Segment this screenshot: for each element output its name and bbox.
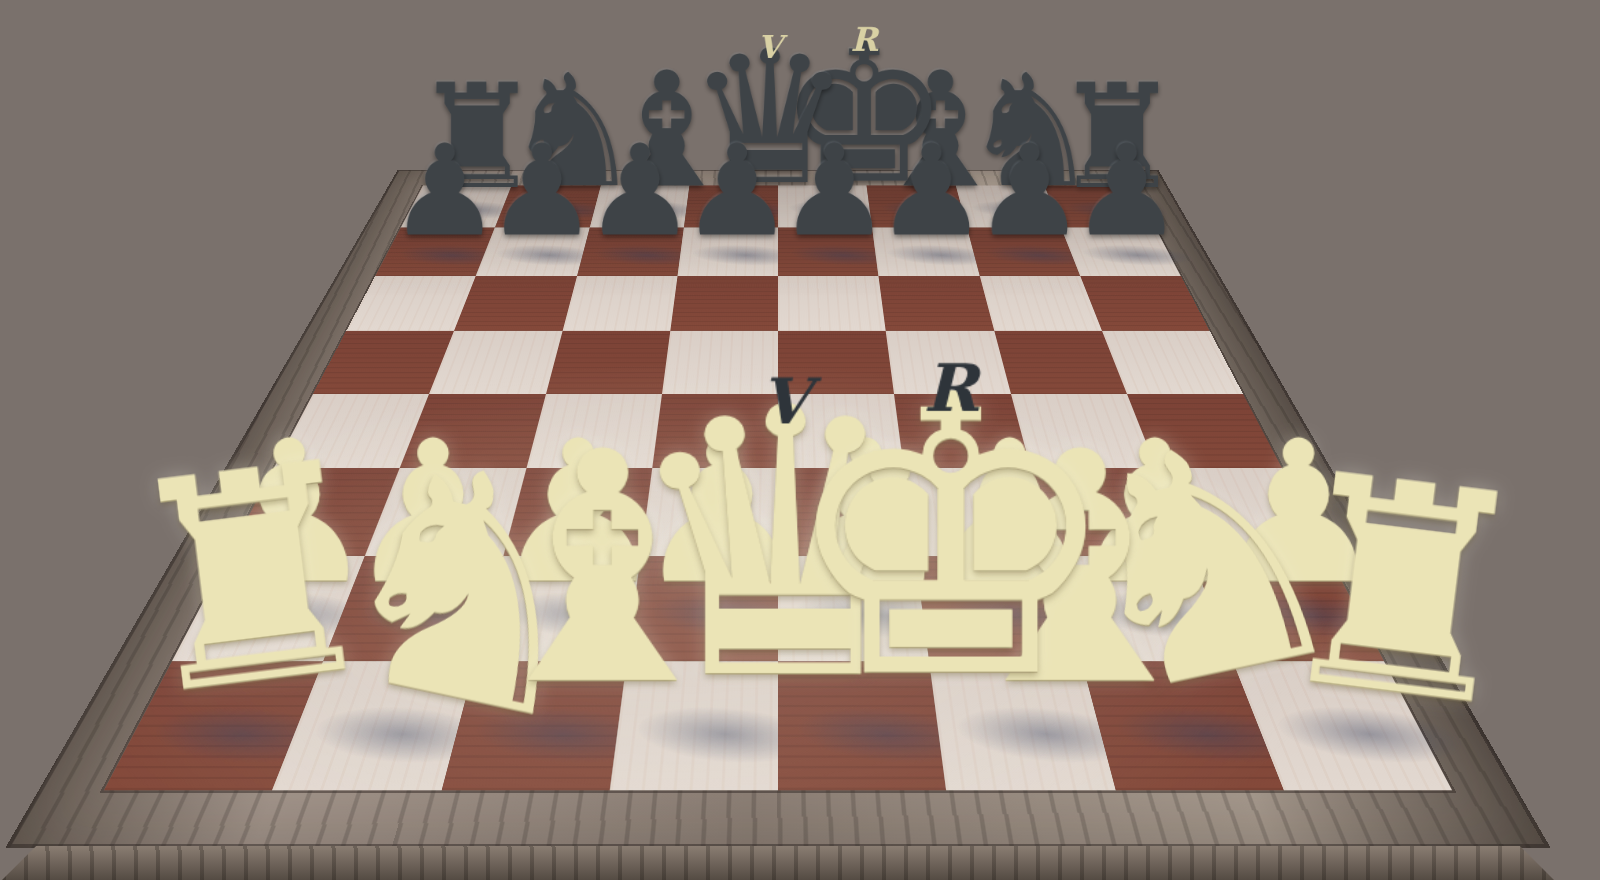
square-c6[interactable] <box>562 276 677 331</box>
square-d7[interactable]: ♟ <box>677 228 778 276</box>
piece-glyph: ♝ <box>459 419 745 722</box>
white-rook[interactable]: ♜ <box>1257 440 1449 732</box>
black-pawn[interactable]: ♟ <box>388 131 485 251</box>
square-a7[interactable]: ♟ <box>375 228 495 276</box>
piece-glyph: ♟ <box>486 131 599 251</box>
piece-glyph: ♟ <box>875 131 988 251</box>
square-c1[interactable]: ♝ <box>441 661 627 790</box>
king-crown-letter: R <box>851 23 878 56</box>
black-pawn[interactable]: ♟ <box>875 131 972 251</box>
black-pawn[interactable]: ♟ <box>973 131 1070 251</box>
square-f7[interactable]: ♟ <box>872 228 979 276</box>
chess-scene: ♜♞♝♛V♚R♝♞♜♟♟♟♟♟♟♟♟♟♟♟♟♟♟♟♟♜♞♝♛V♚R♝♞♜ <box>0 0 1600 880</box>
piece-glyph: ♟ <box>388 131 501 251</box>
piece-glyph: ♟ <box>973 131 1086 251</box>
chess-board: ♜♞♝♛V♚R♝♞♜♟♟♟♟♟♟♟♟♟♟♟♟♟♟♟♟♜♞♝♛V♚R♝♞♜ <box>104 185 1452 790</box>
white-king[interactable]: ♚R <box>778 356 938 722</box>
piece-glyph: ♜ <box>1257 440 1548 744</box>
square-c7[interactable]: ♟ <box>577 228 684 276</box>
frame-front-face <box>2 846 1554 880</box>
piece-glyph: ♟ <box>778 131 891 251</box>
square-b6[interactable] <box>454 276 576 331</box>
square-e1[interactable]: ♚R <box>778 661 947 790</box>
piece-glyph: ♚R <box>778 356 1123 722</box>
black-pawn[interactable]: ♟ <box>681 131 778 251</box>
white-bishop[interactable]: ♝ <box>459 419 619 722</box>
piece-glyph: ♟ <box>681 131 794 251</box>
square-b7[interactable]: ♟ <box>476 228 589 276</box>
square-g7[interactable]: ♟ <box>967 228 1080 276</box>
black-pawn[interactable]: ♟ <box>583 131 680 251</box>
queen-crown-letter: V <box>757 31 781 62</box>
black-pawn[interactable]: ♟ <box>778 131 875 251</box>
piece-glyph: ♜ <box>107 428 398 732</box>
square-h7[interactable]: ♟ <box>1061 228 1181 276</box>
black-pawn[interactable]: ♟ <box>486 131 583 251</box>
board-frame: ♜♞♝♛V♚R♝♞♜♟♟♟♟♟♟♟♟♟♟♟♟♟♟♟♟♜♞♝♛V♚R♝♞♜ <box>5 170 1551 848</box>
white-rook[interactable]: ♜ <box>107 440 299 732</box>
square-d6[interactable] <box>670 276 778 331</box>
square-e7[interactable]: ♟ <box>778 228 879 276</box>
piece-glyph: ♟ <box>1070 131 1183 251</box>
black-pawn[interactable]: ♟ <box>1070 131 1167 251</box>
piece-glyph: ♟ <box>583 131 696 251</box>
king-crown-letter: R <box>924 355 978 421</box>
